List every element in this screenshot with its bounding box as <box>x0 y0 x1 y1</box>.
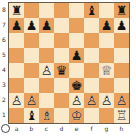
black-bishop: ♝ <box>84 3 99 18</box>
white-bishop: ♗ <box>39 108 54 123</box>
black-pawn: ♟ <box>9 18 24 33</box>
square-g7[interactable]: ♟ <box>99 18 114 33</box>
square-d5[interactable] <box>54 48 69 63</box>
black-pawn: ♟ <box>69 48 84 63</box>
square-c4[interactable]: ♙ <box>39 63 54 78</box>
square-d2[interactable] <box>54 93 69 108</box>
square-h5[interactable] <box>114 48 129 63</box>
black-pawn: ♟ <box>24 18 39 33</box>
square-h6[interactable] <box>114 33 129 48</box>
white-pawn: ♙ <box>99 93 114 108</box>
square-e1[interactable]: ♔ <box>69 108 84 123</box>
square-c5[interactable] <box>39 48 54 63</box>
black-king: ♚ <box>69 78 84 93</box>
square-e7[interactable] <box>69 18 84 33</box>
square-c1[interactable]: ♗ <box>39 108 54 123</box>
square-e3[interactable]: ♚ <box>69 78 84 93</box>
chess-board: ♜♝♜♟♟♟♟♟♟♙♛♕♚♙♙♙♙♙♙♝♗♔♖ <box>8 2 130 124</box>
white-king: ♔ <box>69 108 84 123</box>
square-a6[interactable] <box>9 33 24 48</box>
file-label-d: d <box>54 124 69 134</box>
square-g8[interactable] <box>99 3 114 18</box>
square-c6[interactable] <box>39 33 54 48</box>
white-pawn: ♙ <box>84 93 99 108</box>
square-d7[interactable] <box>54 18 69 33</box>
square-h2[interactable]: ♙ <box>114 93 129 108</box>
rank-label-2: 2 <box>0 92 8 107</box>
square-g2[interactable]: ♙ <box>99 93 114 108</box>
square-e5[interactable]: ♟ <box>69 48 84 63</box>
black-pawn: ♟ <box>99 18 114 33</box>
white-pawn: ♙ <box>9 93 24 108</box>
square-e2[interactable]: ♙ <box>69 93 84 108</box>
square-e6[interactable] <box>69 33 84 48</box>
square-d1[interactable] <box>54 108 69 123</box>
square-f6[interactable] <box>84 33 99 48</box>
square-f4[interactable] <box>84 63 99 78</box>
square-g3[interactable] <box>99 78 114 93</box>
rank-label-4: 4 <box>0 62 8 77</box>
rank-label-8: 8 <box>0 2 8 17</box>
square-c2[interactable] <box>39 93 54 108</box>
white-rook: ♖ <box>114 108 129 123</box>
square-b5[interactable] <box>24 48 39 63</box>
square-a7[interactable]: ♟ <box>9 18 24 33</box>
file-labels: abcdefgh <box>9 124 129 134</box>
square-a1[interactable] <box>9 108 24 123</box>
black-rook: ♜ <box>9 3 24 18</box>
square-h4[interactable] <box>114 63 129 78</box>
white-pawn: ♙ <box>69 93 84 108</box>
black-bishop: ♝ <box>24 108 39 123</box>
square-b4[interactable] <box>24 63 39 78</box>
square-h7[interactable]: ♟ <box>114 18 129 33</box>
file-label-g: g <box>99 124 114 134</box>
square-b7[interactable]: ♟ <box>24 18 39 33</box>
square-b8[interactable] <box>24 3 39 18</box>
square-f3[interactable] <box>84 78 99 93</box>
square-a8[interactable]: ♜ <box>9 3 24 18</box>
square-c7[interactable]: ♟ <box>39 18 54 33</box>
square-d3[interactable] <box>54 78 69 93</box>
square-f5[interactable] <box>84 48 99 63</box>
square-g6[interactable] <box>99 33 114 48</box>
white-queen: ♕ <box>99 63 114 78</box>
square-h3[interactable] <box>114 78 129 93</box>
square-c3[interactable] <box>39 78 54 93</box>
square-a4[interactable] <box>9 63 24 78</box>
rank-label-3: 3 <box>0 77 8 92</box>
chess-diagram: 87654321 ♜♝♜♟♟♟♟♟♟♙♛♕♚♙♙♙♙♙♙♝♗♔♖ abcdefg… <box>0 0 136 136</box>
white-pawn: ♙ <box>24 93 39 108</box>
square-b6[interactable] <box>24 33 39 48</box>
square-f2[interactable]: ♙ <box>84 93 99 108</box>
square-f1[interactable] <box>84 108 99 123</box>
square-d6[interactable] <box>54 33 69 48</box>
square-a3[interactable] <box>9 78 24 93</box>
file-label-e: e <box>69 124 84 134</box>
black-queen: ♛ <box>54 63 69 78</box>
square-h8[interactable]: ♜ <box>114 3 129 18</box>
file-label-b: b <box>24 124 39 134</box>
square-a5[interactable] <box>9 48 24 63</box>
file-label-f: f <box>84 124 99 134</box>
rank-label-1: 1 <box>0 107 8 122</box>
white-to-move-indicator <box>1 124 10 133</box>
square-f7[interactable] <box>84 18 99 33</box>
square-h1[interactable]: ♖ <box>114 108 129 123</box>
white-pawn: ♙ <box>114 93 129 108</box>
file-label-c: c <box>39 124 54 134</box>
square-c8[interactable] <box>39 3 54 18</box>
square-b3[interactable] <box>24 78 39 93</box>
black-pawn: ♟ <box>39 18 54 33</box>
square-g1[interactable] <box>99 108 114 123</box>
square-g4[interactable]: ♕ <box>99 63 114 78</box>
square-d4[interactable]: ♛ <box>54 63 69 78</box>
file-label-h: h <box>114 124 129 134</box>
square-f8[interactable]: ♝ <box>84 3 99 18</box>
square-d8[interactable] <box>54 3 69 18</box>
square-e4[interactable] <box>69 63 84 78</box>
square-e8[interactable] <box>69 3 84 18</box>
black-pawn: ♟ <box>114 18 129 33</box>
square-b2[interactable]: ♙ <box>24 93 39 108</box>
rank-label-6: 6 <box>0 32 8 47</box>
white-pawn: ♙ <box>39 63 54 78</box>
square-a2[interactable]: ♙ <box>9 93 24 108</box>
rank-label-5: 5 <box>0 47 8 62</box>
black-rook: ♜ <box>114 3 129 18</box>
square-b1[interactable]: ♝ <box>24 108 39 123</box>
square-g5[interactable] <box>99 48 114 63</box>
file-label-a: a <box>9 124 24 134</box>
rank-labels: 87654321 <box>0 2 8 122</box>
rank-label-7: 7 <box>0 17 8 32</box>
